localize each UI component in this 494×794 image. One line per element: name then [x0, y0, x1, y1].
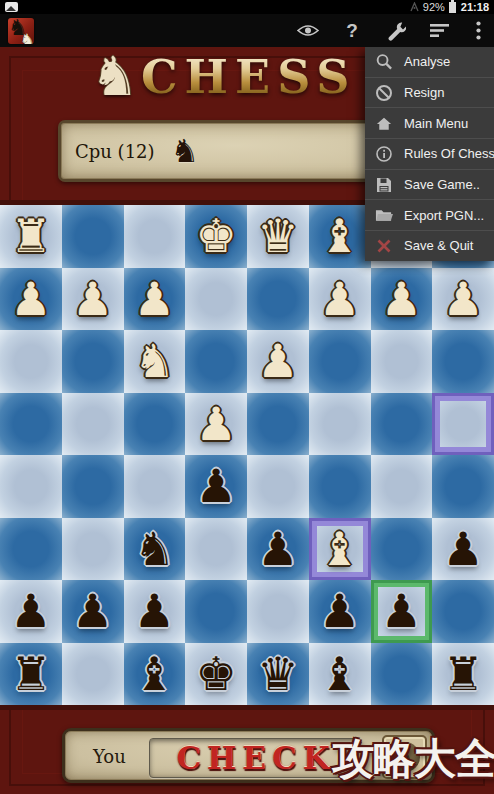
square-e6[interactable]	[185, 518, 247, 581]
square-e2[interactable]	[185, 268, 247, 331]
square-a7[interactable]	[432, 580, 494, 643]
battery-percent: 92%	[423, 1, 445, 13]
overflow-dropdown-menu: AnalyseResignMain MenuRules Of ChessSave…	[365, 47, 494, 261]
square-h3[interactable]	[0, 330, 62, 393]
piece-black-queen: ♛	[257, 651, 298, 697]
chess-app-icon: ♞♞	[8, 18, 34, 44]
square-h8[interactable]: ♜	[0, 643, 62, 706]
menu-item-rules-of-chess[interactable]: Rules Of Chess	[365, 139, 494, 170]
app-screen: 92% 21:18 ♞♞ ? ♞ CHESS ♞ Cpu (12) ♞ ♜♚♛♝…	[0, 0, 494, 794]
action-bar: ♞♞ ?	[0, 14, 494, 47]
square-g7[interactable]: ♟	[62, 580, 124, 643]
square-c5[interactable]	[309, 455, 371, 518]
square-d8[interactable]: ♛	[247, 643, 309, 706]
square-f3[interactable]: ♞	[124, 330, 186, 393]
piece-white-pawn: ♟	[319, 276, 360, 322]
square-h7[interactable]: ♟	[0, 580, 62, 643]
square-e8[interactable]: ♚	[185, 643, 247, 706]
square-a4[interactable]	[432, 393, 494, 456]
square-a5[interactable]	[432, 455, 494, 518]
clock-time: 21:18	[461, 1, 489, 13]
square-d6[interactable]: ♟	[247, 518, 309, 581]
status-bar: 92% 21:18	[0, 0, 494, 14]
piece-black-rook: ♜	[443, 651, 484, 697]
menu-item-save-game[interactable]: Save Game..	[365, 170, 494, 201]
square-d3[interactable]: ♟	[247, 330, 309, 393]
opponent-name: Cpu (12)	[75, 141, 155, 162]
check-status-text: CHECK	[172, 743, 335, 774]
menu-item-label: Rules Of Chess	[404, 146, 494, 161]
piece-white-pawn: ♟	[257, 338, 298, 384]
square-b3[interactable]	[371, 330, 433, 393]
square-a2[interactable]: ♟	[432, 268, 494, 331]
square-f1[interactable]	[124, 205, 186, 268]
square-c7[interactable]: ♟	[309, 580, 371, 643]
player-name: You	[93, 746, 126, 767]
square-g5[interactable]	[62, 455, 124, 518]
menu-item-label: Export PGN...	[404, 208, 484, 223]
square-e3[interactable]	[185, 330, 247, 393]
search-icon	[375, 52, 393, 71]
home-icon	[375, 115, 393, 132]
piece-white-bishop: ♝	[319, 526, 360, 572]
square-c2[interactable]: ♟	[309, 268, 371, 331]
wrench-icon[interactable]	[374, 21, 418, 41]
square-a8[interactable]: ♜	[432, 643, 494, 706]
piece-white-bishop: ♝	[319, 213, 360, 259]
piece-white-king: ♚	[196, 213, 237, 259]
chess-board[interactable]: ♜♚♛♝♞♜♟♟♟♟♟♟♞♟♟♟♞♟♝♟♟♟♟♟♟♜♝♚♛♝♜	[0, 200, 494, 710]
action-bar-icons: ?	[286, 20, 494, 42]
menu-item-label: Main Menu	[404, 116, 468, 131]
square-b2[interactable]: ♟	[371, 268, 433, 331]
piece-black-knight: ♞	[134, 526, 175, 572]
menu-item-analyse[interactable]: Analyse	[365, 47, 494, 78]
menu-item-label: Resign	[404, 85, 444, 100]
square-d5[interactable]	[247, 455, 309, 518]
info-icon	[375, 145, 393, 163]
move-list-icon[interactable]	[418, 23, 462, 38]
piece-black-bishop: ♝	[134, 651, 175, 697]
piece-white-knight: ♞	[134, 338, 175, 384]
piece-black-pawn: ♟	[196, 463, 237, 509]
piece-white-pawn: ♟	[196, 401, 237, 447]
page-title: CHESS	[141, 50, 357, 104]
square-f2[interactable]: ♟	[124, 268, 186, 331]
folder-icon	[375, 207, 393, 223]
square-g1[interactable]	[62, 205, 124, 268]
square-d2[interactable]	[247, 268, 309, 331]
square-h6[interactable]	[0, 518, 62, 581]
menu-item-export-pgn[interactable]: Export PGN...	[365, 200, 494, 231]
square-f5[interactable]	[124, 455, 186, 518]
square-f4[interactable]	[124, 393, 186, 456]
square-e1[interactable]: ♚	[185, 205, 247, 268]
piece-white-pawn: ♟	[72, 276, 113, 322]
square-e5[interactable]: ♟	[185, 455, 247, 518]
piece-black-pawn: ♟	[381, 588, 422, 634]
piece-black-pawn: ♟	[257, 526, 298, 572]
black-knight-icon: ♞	[171, 135, 200, 167]
piece-black-pawn: ♟	[134, 588, 175, 634]
square-c3[interactable]	[309, 330, 371, 393]
square-c6[interactable]: ♝	[309, 518, 371, 581]
eye-icon[interactable]	[286, 23, 330, 38]
piece-black-bishop: ♝	[319, 651, 360, 697]
square-h2[interactable]: ♟	[0, 268, 62, 331]
square-h4[interactable]	[0, 393, 62, 456]
square-e4[interactable]: ♟	[185, 393, 247, 456]
menu-item-save-quit[interactable]: Save & Quit	[365, 231, 494, 261]
piece-white-pawn: ♟	[443, 276, 484, 322]
square-d1[interactable]: ♛	[247, 205, 309, 268]
white-knight-icon: ♞	[91, 50, 139, 104]
menu-item-resign[interactable]: Resign	[365, 78, 494, 109]
menu-item-label: Save & Quit	[404, 238, 473, 253]
watermark-text: 攻略大全	[332, 735, 494, 783]
help-icon[interactable]: ?	[330, 20, 374, 42]
square-d4[interactable]	[247, 393, 309, 456]
piece-white-rook: ♜	[10, 213, 51, 259]
signal-icon	[410, 2, 419, 12]
square-g4[interactable]	[62, 393, 124, 456]
square-c1[interactable]: ♝	[309, 205, 371, 268]
piece-black-pawn: ♟	[10, 588, 51, 634]
overflow-menu-icon[interactable]	[462, 21, 494, 40]
resign-icon	[375, 84, 393, 102]
piece-black-pawn: ♟	[72, 588, 113, 634]
square-b5[interactable]	[371, 455, 433, 518]
square-a6[interactable]: ♟	[432, 518, 494, 581]
square-g3[interactable]	[62, 330, 124, 393]
piece-black-pawn: ♟	[443, 526, 484, 572]
square-h5[interactable]	[0, 455, 62, 518]
square-g6[interactable]	[62, 518, 124, 581]
menu-item-label: Save Game..	[404, 177, 480, 192]
menu-item-main-menu[interactable]: Main Menu	[365, 108, 494, 139]
piece-black-pawn: ♟	[319, 588, 360, 634]
battery-icon	[449, 2, 456, 13]
status-panel: CHECK	[149, 738, 359, 778]
close-icon	[375, 238, 393, 254]
piece-black-rook: ♜	[10, 651, 51, 697]
piece-white-pawn: ♟	[134, 276, 175, 322]
square-f6[interactable]: ♞	[124, 518, 186, 581]
save-icon	[375, 176, 393, 194]
square-c4[interactable]	[309, 393, 371, 456]
notification-image-icon	[5, 2, 18, 12]
square-e7[interactable]	[185, 580, 247, 643]
square-c8[interactable]: ♝	[309, 643, 371, 706]
square-b6[interactable]	[371, 518, 433, 581]
piece-white-pawn: ♟	[381, 276, 422, 322]
square-f8[interactable]: ♝	[124, 643, 186, 706]
square-b8[interactable]	[371, 643, 433, 706]
piece-white-pawn: ♟	[10, 276, 51, 322]
square-g8[interactable]	[62, 643, 124, 706]
piece-black-king: ♚	[196, 651, 237, 697]
square-d7[interactable]	[247, 580, 309, 643]
menu-item-label: Analyse	[404, 54, 450, 69]
square-h1[interactable]: ♜	[0, 205, 62, 268]
square-b4[interactable]	[371, 393, 433, 456]
square-f7[interactable]: ♟	[124, 580, 186, 643]
square-g2[interactable]: ♟	[62, 268, 124, 331]
square-b7[interactable]: ♟	[371, 580, 433, 643]
piece-white-queen: ♛	[257, 213, 298, 259]
square-a3[interactable]	[432, 330, 494, 393]
